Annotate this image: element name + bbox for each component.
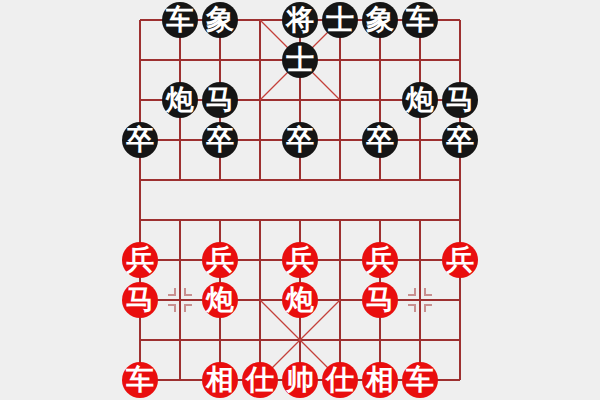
- black-horse[interactable]: 马: [202, 82, 238, 118]
- red-elephant[interactable]: 相: [362, 362, 398, 398]
- black-cannon[interactable]: 炮: [162, 82, 198, 118]
- red-soldier[interactable]: 兵: [282, 242, 318, 278]
- black-soldier[interactable]: 卒: [202, 122, 238, 158]
- black-soldier[interactable]: 卒: [442, 122, 478, 158]
- black-soldier[interactable]: 卒: [282, 122, 318, 158]
- xiangqi-app: 车象将士象车士炮马炮马卒卒卒卒卒兵兵兵兵兵马炮炮马车相仕帅仕相车: [0, 0, 600, 400]
- black-chariot[interactable]: 车: [162, 2, 198, 38]
- red-soldier[interactable]: 兵: [362, 242, 398, 278]
- black-soldier[interactable]: 卒: [362, 122, 398, 158]
- black-horse[interactable]: 马: [442, 82, 478, 118]
- red-advisor[interactable]: 仕: [322, 362, 358, 398]
- black-elephant[interactable]: 象: [362, 2, 398, 38]
- red-cannon[interactable]: 炮: [202, 282, 238, 318]
- black-chariot[interactable]: 车: [402, 2, 438, 38]
- red-cannon[interactable]: 炮: [282, 282, 318, 318]
- black-elephant[interactable]: 象: [202, 2, 238, 38]
- black-soldier[interactable]: 卒: [122, 122, 158, 158]
- black-advisor[interactable]: 士: [322, 2, 358, 38]
- red-chariot[interactable]: 车: [402, 362, 438, 398]
- red-soldier[interactable]: 兵: [122, 242, 158, 278]
- red-advisor[interactable]: 仕: [242, 362, 278, 398]
- red-horse[interactable]: 马: [362, 282, 398, 318]
- red-elephant[interactable]: 相: [202, 362, 238, 398]
- red-chariot[interactable]: 车: [122, 362, 158, 398]
- black-cannon[interactable]: 炮: [402, 82, 438, 118]
- black-advisor[interactable]: 士: [282, 42, 318, 78]
- red-soldier[interactable]: 兵: [202, 242, 238, 278]
- red-soldier[interactable]: 兵: [442, 242, 478, 278]
- red-general[interactable]: 帅: [282, 362, 318, 398]
- red-horse[interactable]: 马: [122, 282, 158, 318]
- xiangqi-board[interactable]: 车象将士象车士炮马炮马卒卒卒卒卒兵兵兵兵兵马炮炮马车相仕帅仕相车: [120, 0, 480, 400]
- black-general[interactable]: 将: [282, 2, 318, 38]
